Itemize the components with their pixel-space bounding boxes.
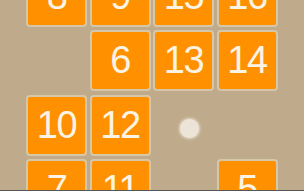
tile-5[interactable]: 5 <box>219 161 276 190</box>
tile-label: 8 <box>47 0 67 15</box>
tile-label: 12 <box>100 106 139 144</box>
tile-14[interactable]: 14 <box>219 32 276 89</box>
tile-label: 14 <box>227 41 266 79</box>
tile-16[interactable]: 16 <box>219 0 276 25</box>
tile-label: 13 <box>164 41 203 79</box>
puzzle-screen: 8915166131410127115 <box>0 0 304 190</box>
tile-15[interactable]: 15 <box>155 0 212 25</box>
tile-13[interactable]: 13 <box>155 32 212 89</box>
tile-12[interactable]: 12 <box>92 97 149 154</box>
tile-8[interactable]: 8 <box>28 0 85 25</box>
tile-label: 15 <box>164 0 203 15</box>
tile-6[interactable]: 6 <box>92 32 149 89</box>
tile-10[interactable]: 10 <box>28 97 85 154</box>
tile-label: 6 <box>110 41 130 79</box>
tile-7[interactable]: 7 <box>28 161 85 190</box>
tile-label: 11 <box>102 170 138 191</box>
touch-indicator-dot <box>180 119 199 138</box>
puzzle-board: 8915166131410127115 <box>0 0 304 190</box>
tile-label: 5 <box>237 170 257 191</box>
tile-9[interactable]: 9 <box>92 0 149 25</box>
tile-11[interactable]: 11 <box>92 161 149 190</box>
tile-label: 7 <box>47 170 67 191</box>
tile-label: 9 <box>110 0 130 15</box>
tile-label: 16 <box>227 0 266 15</box>
tile-label: 10 <box>37 106 76 144</box>
